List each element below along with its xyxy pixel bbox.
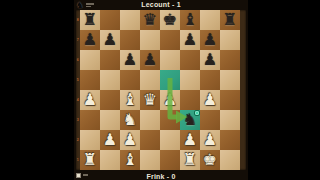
square-e7[interactable] <box>160 30 180 50</box>
square-d4[interactable]: ♛ <box>140 90 160 110</box>
square-b3[interactable] <box>100 110 120 130</box>
piece-black-pawn: ♟ <box>120 50 140 70</box>
square-g3[interactable] <box>200 110 220 130</box>
file-label-a: a <box>80 167 100 170</box>
square-c2[interactable]: ♟ <box>120 130 140 150</box>
square-c3[interactable]: ♞ <box>120 110 140 130</box>
piece-white-bishop: ♝ <box>120 90 140 110</box>
top-player-label: Lecount - 1 <box>74 1 248 8</box>
file-label-e: e <box>160 167 180 170</box>
piece-black-queen: ♛ <box>140 10 160 30</box>
square-a5[interactable] <box>80 70 100 90</box>
piece-black-rook: ♜ <box>220 10 240 30</box>
square-c6[interactable]: ♟ <box>120 50 140 70</box>
file-labels: abcdefgh <box>80 167 240 170</box>
square-f4[interactable] <box>180 90 200 110</box>
file-label-c: c <box>120 167 140 170</box>
square-f7[interactable]: ♟ <box>180 30 200 50</box>
file-label-d: d <box>140 167 160 170</box>
square-b2[interactable]: ♟ <box>100 130 120 150</box>
square-f3[interactable]: ♞ <box>180 110 200 130</box>
move-indicator-badge <box>194 110 200 116</box>
square-b6[interactable] <box>100 50 120 70</box>
square-g2[interactable]: ♟ <box>200 130 220 150</box>
square-b5[interactable] <box>100 70 120 90</box>
piece-white-pawn: ♟ <box>200 130 220 150</box>
square-a3[interactable] <box>80 110 100 130</box>
piece-black-king: ♚ <box>160 10 180 30</box>
square-g5[interactable] <box>200 70 220 90</box>
square-b7[interactable]: ♟ <box>100 30 120 50</box>
piece-black-pawn: ♟ <box>180 30 200 50</box>
square-a8[interactable]: ♜ <box>80 10 100 30</box>
square-e2[interactable] <box>160 130 180 150</box>
square-h7[interactable] <box>220 30 240 50</box>
square-h8[interactable]: ♜ <box>220 10 240 30</box>
top-player-bar: ♞ Lecount - 1 <box>74 0 248 10</box>
square-h2[interactable] <box>220 130 240 150</box>
square-h4[interactable] <box>220 90 240 110</box>
square-g8[interactable] <box>200 10 220 30</box>
board-grid: ♜♛♚♝♜♟♟♟♟♟♟♟♟♝♛♟♟♞♞♟♟♟♟♜♝♜♚ <box>80 10 240 170</box>
piece-black-pawn: ♟ <box>140 50 160 70</box>
square-a4[interactable]: ♟ <box>80 90 100 110</box>
square-h6[interactable] <box>220 50 240 70</box>
square-e3[interactable] <box>160 110 180 130</box>
piece-white-pawn: ♟ <box>120 130 140 150</box>
square-b4[interactable] <box>100 90 120 110</box>
file-label-g: g <box>200 167 220 170</box>
square-h3[interactable] <box>220 110 240 130</box>
piece-black-pawn: ♟ <box>200 30 220 50</box>
square-g4[interactable]: ♟ <box>200 90 220 110</box>
square-e6[interactable] <box>160 50 180 70</box>
file-label-h: h <box>220 167 240 170</box>
piece-black-pawn: ♟ <box>100 30 120 50</box>
piece-white-pawn: ♟ <box>80 90 100 110</box>
square-e8[interactable]: ♚ <box>160 10 180 30</box>
square-c5[interactable] <box>120 70 140 90</box>
piece-white-queen: ♛ <box>140 90 160 110</box>
bottom-player-bar: Frink - 0 <box>74 170 248 180</box>
square-g7[interactable]: ♟ <box>200 30 220 50</box>
square-d7[interactable] <box>140 30 160 50</box>
piece-white-knight: ♞ <box>120 110 140 130</box>
chess-app-window: ♞ Lecount - 1 87654321 ♜♛♚♝♜♟♟♟♟♟♟♟♟♝♛♟♟… <box>74 0 248 180</box>
piece-white-pawn: ♟ <box>200 90 220 110</box>
square-f5[interactable] <box>180 70 200 90</box>
square-c4[interactable]: ♝ <box>120 90 140 110</box>
square-e5[interactable] <box>160 70 180 90</box>
square-a7[interactable]: ♟ <box>80 30 100 50</box>
square-a2[interactable] <box>80 130 100 150</box>
square-f6[interactable] <box>180 50 200 70</box>
piece-black-bishop: ♝ <box>180 10 200 30</box>
square-c8[interactable] <box>120 10 140 30</box>
square-g6[interactable]: ♟ <box>200 50 220 70</box>
square-b8[interactable] <box>100 10 120 30</box>
piece-black-rook: ♜ <box>80 10 100 30</box>
piece-white-pawn: ♟ <box>100 130 120 150</box>
bottom-player-label: Frink - 0 <box>74 173 248 180</box>
board-frame: 87654321 ♜♛♚♝♜♟♟♟♟♟♟♟♟♝♛♟♟♞♞♟♟♟♟♜♝♜♚ <box>76 10 246 170</box>
piece-white-pawn: ♟ <box>160 90 180 110</box>
square-f8[interactable]: ♝ <box>180 10 200 30</box>
piece-white-pawn: ♟ <box>180 130 200 150</box>
square-h5[interactable] <box>220 70 240 90</box>
file-label-f: f <box>180 167 200 170</box>
square-d2[interactable] <box>140 130 160 150</box>
piece-black-pawn: ♟ <box>200 50 220 70</box>
piece-black-pawn: ♟ <box>80 30 100 50</box>
square-f2[interactable]: ♟ <box>180 130 200 150</box>
square-d5[interactable] <box>140 70 160 90</box>
square-d3[interactable] <box>140 110 160 130</box>
square-e4[interactable]: ♟ <box>160 90 180 110</box>
file-label-b: b <box>100 167 120 170</box>
square-c7[interactable] <box>120 30 140 50</box>
square-a6[interactable] <box>80 50 100 70</box>
square-d8[interactable]: ♛ <box>140 10 160 30</box>
square-d6[interactable]: ♟ <box>140 50 160 70</box>
